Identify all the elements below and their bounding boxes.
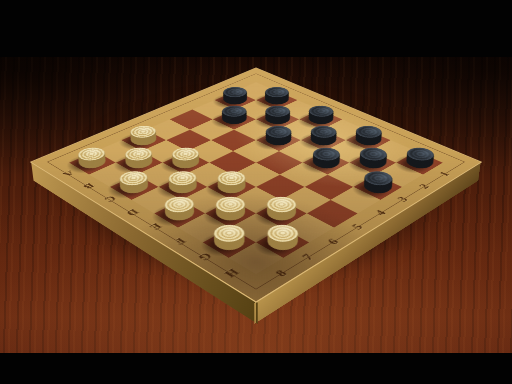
scene-background: ABCDEFGH12345678 xyxy=(0,0,512,384)
